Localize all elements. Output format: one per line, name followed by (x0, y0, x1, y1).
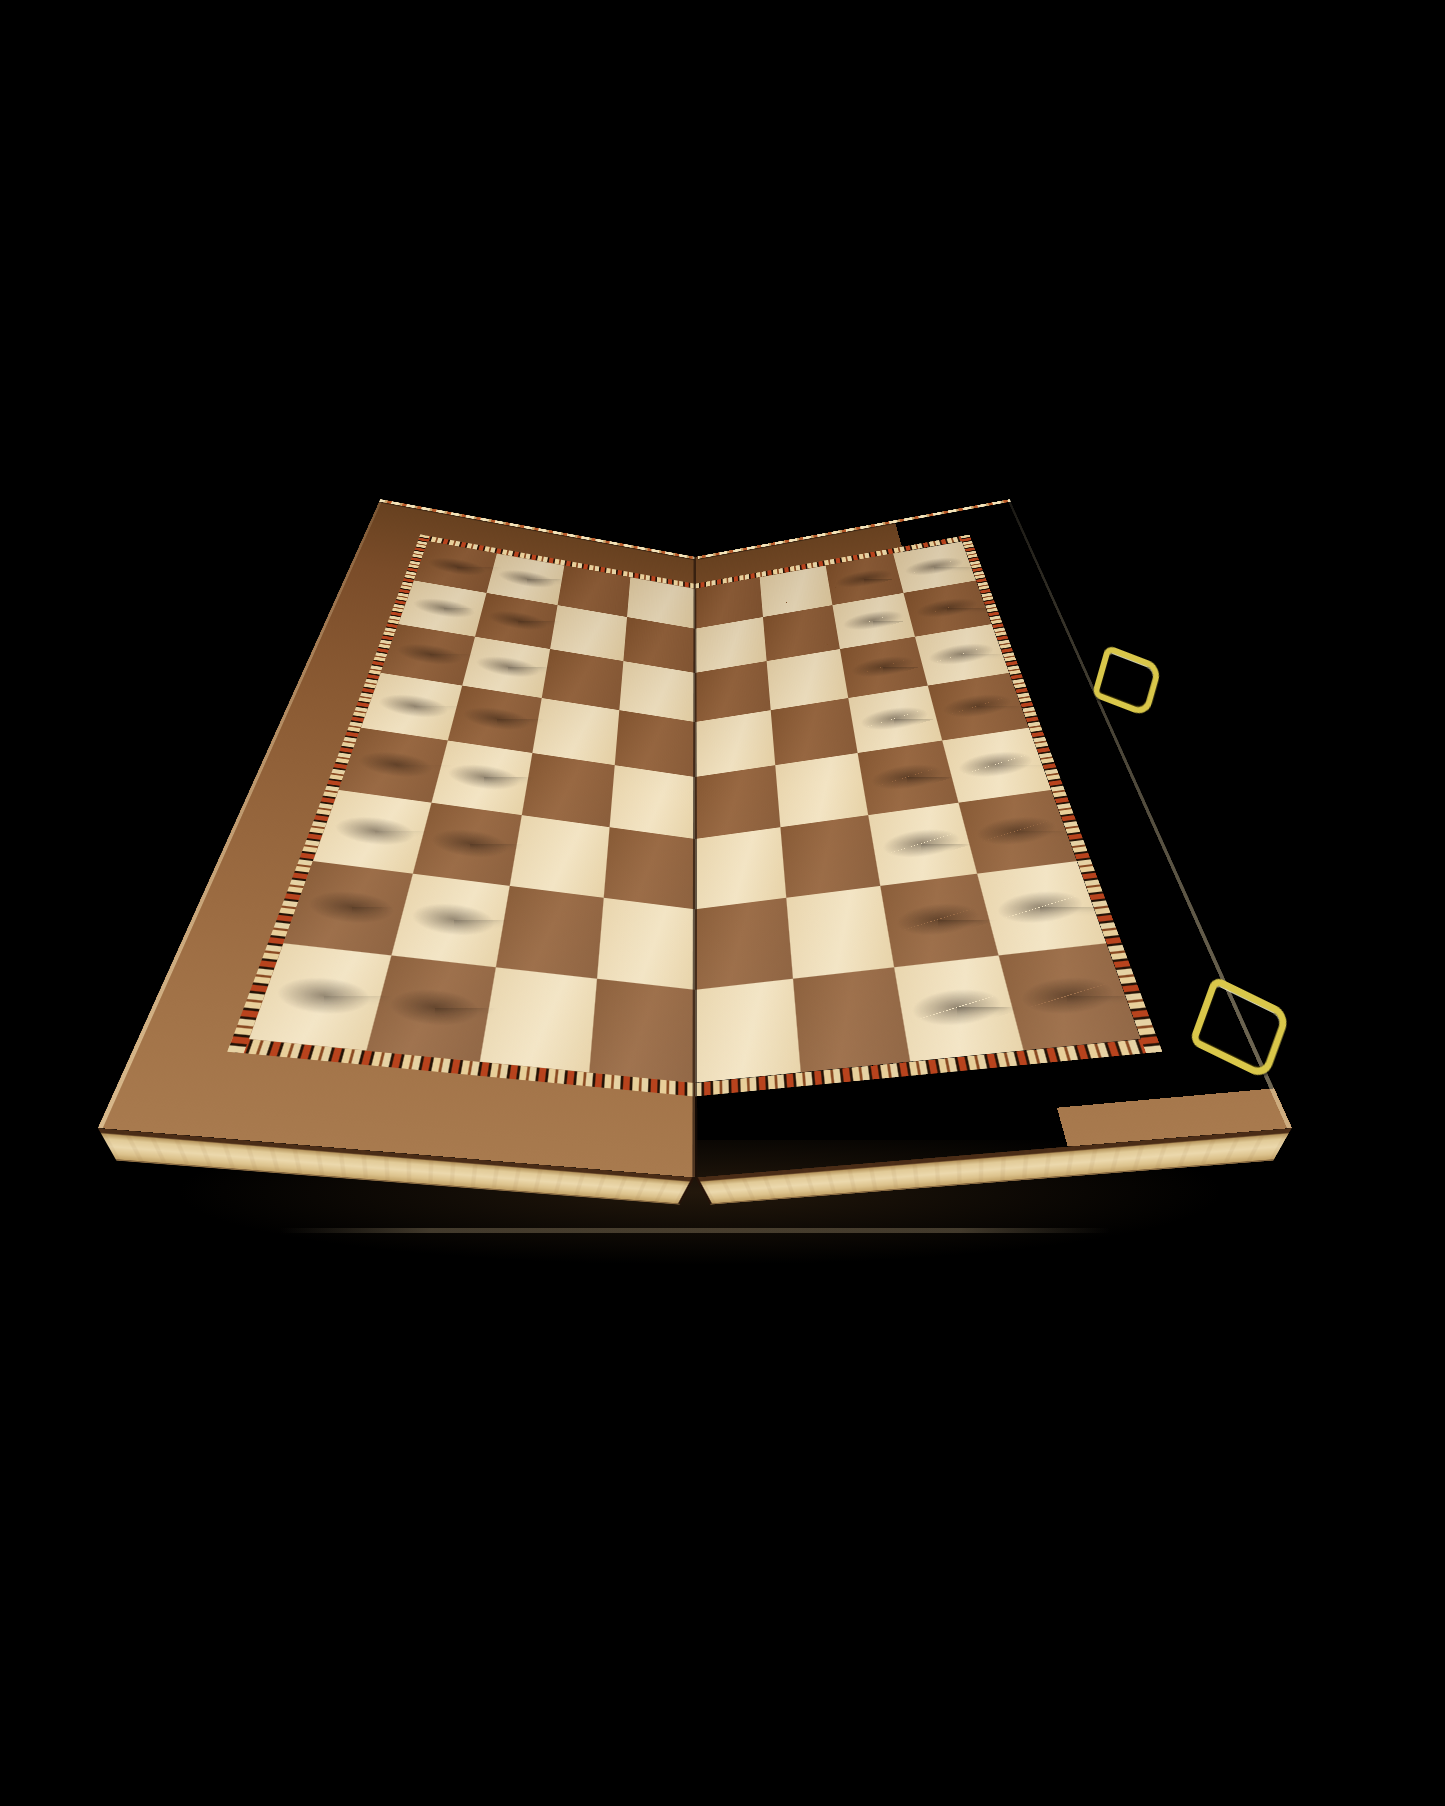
square-h5[interactable] (695, 979, 801, 1083)
square-g4[interactable] (597, 898, 695, 990)
board-half-left: ♟♟♟♟♟♟♟♟♜♞♝♛♚♝♞♜ (98, 499, 695, 1177)
square-f4[interactable] (604, 827, 695, 909)
chess-board: ♟♟♟♟♟♟♟♟♜♞♝♛♚♝♞♜ ♜♞♝♛♚♝♞♜♟♟♟♟♟♟♟♟ (138, 557, 1251, 1178)
square-g5[interactable] (695, 898, 793, 990)
square-d4[interactable] (615, 710, 695, 777)
box-side-front-left (98, 1128, 695, 1205)
square-e5[interactable] (695, 765, 780, 839)
square-d5[interactable] (695, 710, 775, 777)
board-half-right: ♜♞♝♛♚♝♞♜♟♟♟♟♟♟♟♟ (695, 499, 1292, 1177)
square-f5[interactable] (695, 827, 786, 909)
square-h4[interactable] (589, 979, 695, 1083)
square-e4[interactable] (610, 765, 695, 839)
box-side-front-right (695, 1128, 1292, 1205)
product-photo-stage: ♟♟♟♟♟♟♟♟♜♞♝♛♚♝♞♜ ♜♞♝♛♚♝♞♜♟♟♟♟♟♟♟♟ (0, 0, 1445, 1806)
perspective-scene: ♟♟♟♟♟♟♟♟♜♞♝♛♚♝♞♜ ♜♞♝♛♚♝♞♜♟♟♟♟♟♟♟♟ (0, 0, 1445, 1806)
